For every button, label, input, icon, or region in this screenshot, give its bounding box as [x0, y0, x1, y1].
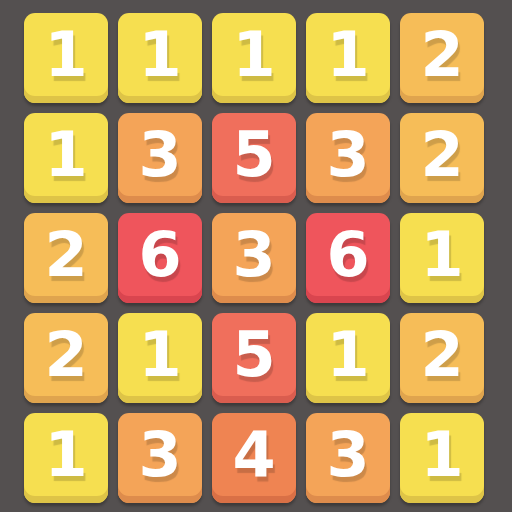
- tile-value: 3: [326, 124, 369, 186]
- tile-r3c1[interactable]: 2: [24, 213, 108, 303]
- tile-r3c4[interactable]: 6: [306, 213, 390, 303]
- board: 1111213532263612151213431: [24, 13, 484, 503]
- tile-r5c4[interactable]: 3: [306, 413, 390, 503]
- tile-value: 1: [138, 24, 181, 86]
- tile-value: 1: [44, 24, 87, 86]
- tile-r1c5[interactable]: 2: [400, 13, 484, 103]
- tile-value: 3: [232, 224, 275, 286]
- tile-value: 5: [232, 324, 275, 386]
- tile-r3c2[interactable]: 6: [118, 213, 202, 303]
- tile-value: 1: [44, 424, 87, 486]
- tile-r1c1[interactable]: 1: [24, 13, 108, 103]
- tile-r2c3[interactable]: 5: [212, 113, 296, 203]
- tile-value: 2: [420, 24, 463, 86]
- tile-value: 6: [326, 224, 369, 286]
- tile-value: 1: [420, 424, 463, 486]
- tile-r4c2[interactable]: 1: [118, 313, 202, 403]
- tile-value: 3: [138, 424, 181, 486]
- tile-value: 1: [44, 124, 87, 186]
- tile-r2c5[interactable]: 2: [400, 113, 484, 203]
- tile-value: 2: [420, 324, 463, 386]
- tile-value: 2: [44, 224, 87, 286]
- tile-r2c4[interactable]: 3: [306, 113, 390, 203]
- tile-r1c2[interactable]: 1: [118, 13, 202, 103]
- tile-value: 3: [138, 124, 181, 186]
- tile-r1c3[interactable]: 1: [212, 13, 296, 103]
- tile-value: 2: [420, 124, 463, 186]
- tile-value: 1: [420, 224, 463, 286]
- tile-value: 5: [232, 124, 275, 186]
- tile-r2c1[interactable]: 1: [24, 113, 108, 203]
- tile-r3c3[interactable]: 3: [212, 213, 296, 303]
- tile-r4c5[interactable]: 2: [400, 313, 484, 403]
- tile-r4c3[interactable]: 5: [212, 313, 296, 403]
- tile-r2c2[interactable]: 3: [118, 113, 202, 203]
- tile-value: 1: [138, 324, 181, 386]
- tile-value: 3: [326, 424, 369, 486]
- tile-r3c5[interactable]: 1: [400, 213, 484, 303]
- tile-r1c4[interactable]: 1: [306, 13, 390, 103]
- tile-value: 1: [326, 324, 369, 386]
- tile-r4c1[interactable]: 2: [24, 313, 108, 403]
- tile-r4c4[interactable]: 1: [306, 313, 390, 403]
- tile-r5c5[interactable]: 1: [400, 413, 484, 503]
- tile-value: 1: [326, 24, 369, 86]
- tile-value: 2: [44, 324, 87, 386]
- tile-value: 6: [138, 224, 181, 286]
- tile-value: 4: [232, 424, 275, 486]
- tile-r5c1[interactable]: 1: [24, 413, 108, 503]
- tile-value: 1: [232, 24, 275, 86]
- tile-r5c2[interactable]: 3: [118, 413, 202, 503]
- tile-r5c3[interactable]: 4: [212, 413, 296, 503]
